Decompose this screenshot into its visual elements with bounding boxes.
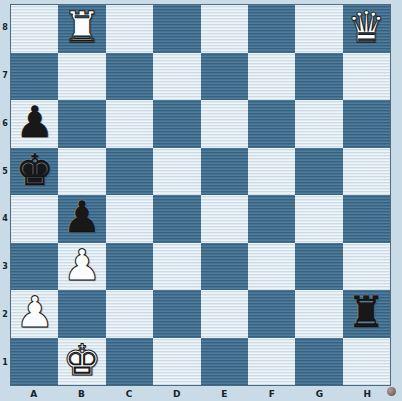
square-a1[interactable] (11, 338, 58, 386)
piece-black-pawn[interactable]: ♟ (63, 196, 102, 239)
piece-white-king[interactable]: ♚ (63, 339, 102, 382)
rank-label-5: 5 (0, 147, 10, 195)
piece-white-rook[interactable]: ♜ (63, 6, 102, 49)
piece-black-pawn[interactable]: ♟ (15, 101, 54, 144)
square-g3[interactable] (295, 243, 342, 291)
rank-label-1: 1 (0, 338, 10, 386)
square-b5[interactable] (58, 148, 105, 196)
file-label-e: E (201, 387, 249, 400)
square-e7[interactable] (201, 53, 248, 101)
square-d8[interactable] (153, 5, 200, 53)
square-d3[interactable] (153, 243, 200, 291)
square-a5[interactable]: ♚ (11, 148, 58, 196)
square-d5[interactable] (153, 148, 200, 196)
square-a2[interactable]: ♟ (11, 290, 58, 338)
square-a8[interactable] (11, 5, 58, 53)
square-f2[interactable] (248, 290, 295, 338)
square-g8[interactable] (295, 5, 342, 53)
square-h1[interactable] (343, 338, 390, 386)
square-b1[interactable]: ♚ (58, 338, 105, 386)
piece-white-queen[interactable]: ♛ (347, 6, 386, 49)
piece-white-pawn[interactable]: ♟ (15, 291, 54, 334)
square-e3[interactable] (201, 243, 248, 291)
chess-board: ♜♛♟♚♟♟♟♜♚ (10, 4, 391, 386)
square-b8[interactable]: ♜ (58, 5, 105, 53)
square-f7[interactable] (248, 53, 295, 101)
square-f6[interactable] (248, 100, 295, 148)
square-g6[interactable] (295, 100, 342, 148)
square-b6[interactable] (58, 100, 105, 148)
rank-label-7: 7 (0, 52, 10, 100)
file-label-f: F (248, 387, 296, 400)
square-c8[interactable] (106, 5, 153, 53)
square-e4[interactable] (201, 195, 248, 243)
square-a3[interactable] (11, 243, 58, 291)
square-e6[interactable] (201, 100, 248, 148)
square-c7[interactable] (106, 53, 153, 101)
square-h5[interactable] (343, 148, 390, 196)
piece-black-king[interactable]: ♚ (15, 149, 54, 192)
square-g2[interactable] (295, 290, 342, 338)
square-c5[interactable] (106, 148, 153, 196)
square-h8[interactable]: ♛ (343, 5, 390, 53)
file-label-b: B (58, 387, 106, 400)
rank-label-8: 8 (0, 4, 10, 52)
file-label-c: C (105, 387, 153, 400)
square-g4[interactable] (295, 195, 342, 243)
file-label-a: A (10, 387, 58, 400)
square-h3[interactable] (343, 243, 390, 291)
square-f8[interactable] (248, 5, 295, 53)
square-d2[interactable] (153, 290, 200, 338)
file-label-h: H (343, 387, 391, 400)
square-d4[interactable] (153, 195, 200, 243)
square-d7[interactable] (153, 53, 200, 101)
square-h6[interactable] (343, 100, 390, 148)
piece-black-rook[interactable]: ♜ (347, 291, 386, 334)
square-d6[interactable] (153, 100, 200, 148)
square-b4[interactable]: ♟ (58, 195, 105, 243)
chess-board-panel: ♜♛♟♚♟♟♟♜♚ 87654321ABCDEFGH (0, 0, 402, 401)
square-b2[interactable] (58, 290, 105, 338)
square-e1[interactable] (201, 338, 248, 386)
square-g7[interactable] (295, 53, 342, 101)
square-f4[interactable] (248, 195, 295, 243)
square-h2[interactable]: ♜ (343, 290, 390, 338)
square-c6[interactable] (106, 100, 153, 148)
square-c4[interactable] (106, 195, 153, 243)
square-e2[interactable] (201, 290, 248, 338)
square-e8[interactable] (201, 5, 248, 53)
square-h4[interactable] (343, 195, 390, 243)
square-c2[interactable] (106, 290, 153, 338)
rank-label-4: 4 (0, 195, 10, 243)
piece-white-pawn[interactable]: ♟ (63, 244, 102, 287)
square-d1[interactable] (153, 338, 200, 386)
rank-label-2: 2 (0, 291, 10, 339)
square-g1[interactable] (295, 338, 342, 386)
square-f1[interactable] (248, 338, 295, 386)
rank-label-6: 6 (0, 100, 10, 148)
file-label-g: G (296, 387, 344, 400)
square-a4[interactable] (11, 195, 58, 243)
square-f3[interactable] (248, 243, 295, 291)
file-label-d: D (153, 387, 201, 400)
square-e5[interactable] (201, 148, 248, 196)
square-f5[interactable] (248, 148, 295, 196)
square-c3[interactable] (106, 243, 153, 291)
square-h7[interactable] (343, 53, 390, 101)
square-a6[interactable]: ♟ (11, 100, 58, 148)
square-b3[interactable]: ♟ (58, 243, 105, 291)
square-b7[interactable] (58, 53, 105, 101)
square-c1[interactable] (106, 338, 153, 386)
square-g5[interactable] (295, 148, 342, 196)
square-a7[interactable] (11, 53, 58, 101)
rank-label-3: 3 (0, 243, 10, 291)
